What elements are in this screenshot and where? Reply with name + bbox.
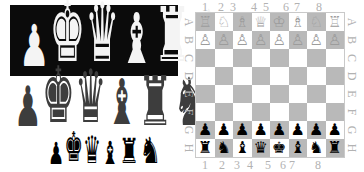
black-pawn: ♟ xyxy=(270,121,289,139)
small-black-pieces-row: ♟♚♛♝♜♞ xyxy=(48,136,148,169)
col-label-bottom-1: 1 xyxy=(198,159,212,171)
row-label-right-E: E xyxy=(346,87,358,101)
square-H5: ♚ xyxy=(270,139,289,157)
black-pawn: ♟ xyxy=(252,121,271,139)
row-label-left-C: C xyxy=(183,51,195,65)
black-pawn: ♟ xyxy=(289,121,308,139)
square-A2: ♘ xyxy=(215,13,234,31)
col-label-bottom-4: 4 xyxy=(243,159,257,171)
row-label-left-H: H xyxy=(183,141,195,155)
square-G2: ♟ xyxy=(215,121,234,139)
square-G8: ♟ xyxy=(326,121,345,139)
piece-pawn: ♟ xyxy=(48,138,64,169)
white-pawn: ♙ xyxy=(270,31,289,49)
square-D7 xyxy=(307,67,326,85)
square-H1: ♜ xyxy=(196,139,215,157)
white-pawn: ♙ xyxy=(233,31,252,49)
col-label-bottom-5: 5 xyxy=(261,159,275,171)
piece-bishop: ♝ xyxy=(101,137,119,169)
col-label-top-8: 8 xyxy=(312,1,326,13)
square-C6 xyxy=(289,49,308,67)
square-G3: ♟ xyxy=(233,121,252,139)
square-A8: ♖ xyxy=(326,13,345,31)
chess-board: ♖♘♗♕♔♗♘♖♙♙♙♙♙♙♙♙♟♟♟♟♟♟♟♟♜♞♝♛♚♝♞♜ xyxy=(196,13,344,157)
square-H6: ♝ xyxy=(289,139,308,157)
white-pawn: ♙ xyxy=(289,31,308,49)
square-D5 xyxy=(270,67,289,85)
square-F5 xyxy=(270,103,289,121)
square-C4 xyxy=(252,49,271,67)
col-label-top-1: 1 xyxy=(198,1,212,13)
piece-queen: ♛ xyxy=(83,131,101,169)
row-label-left-G: G xyxy=(183,123,195,137)
square-F6 xyxy=(289,103,308,121)
square-F7 xyxy=(307,103,326,121)
square-F3 xyxy=(233,103,252,121)
row-label-left-A: A xyxy=(183,15,195,29)
square-G1: ♟ xyxy=(196,121,215,139)
white-pawn: ♙ xyxy=(326,31,345,49)
square-C5 xyxy=(270,49,289,67)
square-D8 xyxy=(326,67,345,85)
square-E1 xyxy=(196,85,215,103)
square-F1 xyxy=(196,103,215,121)
square-D2 xyxy=(215,67,234,85)
square-D6 xyxy=(289,67,308,85)
square-E5 xyxy=(270,85,289,103)
square-E8 xyxy=(326,85,345,103)
square-D1 xyxy=(196,67,215,85)
row-label-right-H: H xyxy=(346,141,358,155)
piece-bishop: ♝ xyxy=(106,72,137,135)
square-C3 xyxy=(233,49,252,67)
square-E3 xyxy=(233,85,252,103)
square-E4 xyxy=(252,85,271,103)
white-rook: ♖ xyxy=(196,13,215,31)
white-pawn: ♙ xyxy=(196,31,215,49)
black-rook: ♜ xyxy=(196,139,215,157)
square-G7: ♟ xyxy=(307,121,326,139)
black-bishop: ♝ xyxy=(289,139,308,157)
square-H3: ♝ xyxy=(233,139,252,157)
white-rook: ♖ xyxy=(326,13,345,31)
square-B4: ♙ xyxy=(252,31,271,49)
white-queen: ♕ xyxy=(252,13,271,31)
black-pawn: ♟ xyxy=(215,121,234,139)
white-pawn: ♙ xyxy=(252,31,271,49)
black-pawn: ♟ xyxy=(326,121,345,139)
row-label-right-C: C xyxy=(346,51,358,65)
square-H8: ♜ xyxy=(326,139,345,157)
row-label-right-B: B xyxy=(346,33,358,47)
square-D3 xyxy=(233,67,252,85)
row-label-left-D: D xyxy=(183,69,195,83)
white-king: ♔ xyxy=(270,13,289,31)
black-pawn: ♟ xyxy=(307,121,326,139)
col-label-bottom-7: 7 xyxy=(285,159,299,171)
piece-pawn: ♟ xyxy=(14,79,42,135)
square-B7: ♙ xyxy=(307,31,326,49)
square-A7: ♘ xyxy=(307,13,326,31)
square-H4: ♛ xyxy=(252,139,271,157)
square-B8: ♙ xyxy=(326,31,345,49)
square-E2 xyxy=(215,85,234,103)
square-G5: ♟ xyxy=(270,121,289,139)
square-C8 xyxy=(326,49,345,67)
black-bishop: ♝ xyxy=(233,139,252,157)
col-label-bottom-8: 8 xyxy=(311,159,325,171)
square-F8 xyxy=(326,103,345,121)
square-A5: ♔ xyxy=(270,13,289,31)
square-B5: ♙ xyxy=(270,31,289,49)
square-F4 xyxy=(252,103,271,121)
square-B2: ♙ xyxy=(215,31,234,49)
row-label-right-A: A xyxy=(346,15,358,29)
row-label-right-F: F xyxy=(346,105,358,119)
square-A4: ♕ xyxy=(252,13,271,31)
black-knight: ♞ xyxy=(215,139,234,157)
square-G4: ♟ xyxy=(252,121,271,139)
square-H2: ♞ xyxy=(215,139,234,157)
square-B6: ♙ xyxy=(289,31,308,49)
square-H7: ♞ xyxy=(307,139,326,157)
square-E6 xyxy=(289,85,308,103)
row-label-left-E: E xyxy=(183,87,195,101)
square-C7 xyxy=(307,49,326,67)
white-pawn: ♙ xyxy=(215,31,234,49)
square-C1 xyxy=(196,49,215,67)
chess-clipart-sheet: ♟♚♛♝♜♞ ♟♚♛♝♜♞ ♟♚♛♝♜♞ ♖♘♗♕♔♗♘♖♙♙♙♙♙♙♙♙♟♟♟… xyxy=(0,0,364,172)
black-king: ♚ xyxy=(270,139,289,157)
square-B3: ♙ xyxy=(233,31,252,49)
col-label-top-5: 5 xyxy=(259,1,273,13)
square-A3: ♗ xyxy=(233,13,252,31)
white-knight: ♘ xyxy=(307,13,326,31)
col-label-bottom-3: 3 xyxy=(230,159,244,171)
piece-knight: ♞ xyxy=(139,133,161,169)
piece-rook: ♜ xyxy=(119,135,140,170)
square-C2 xyxy=(215,49,234,67)
piece-king: ♚ xyxy=(64,128,83,169)
col-label-top-3: 3 xyxy=(226,1,240,13)
row-label-right-D: D xyxy=(346,69,358,83)
square-D4 xyxy=(252,67,271,85)
square-A6: ♗ xyxy=(289,13,308,31)
black-pawn: ♟ xyxy=(196,121,215,139)
black-rook: ♜ xyxy=(326,139,345,157)
row-label-left-F: F xyxy=(183,105,195,119)
square-E7 xyxy=(307,85,326,103)
square-G6: ♟ xyxy=(289,121,308,139)
row-label-left-B: B xyxy=(183,33,195,47)
white-knight: ♘ xyxy=(215,13,234,31)
col-label-top-7: 7 xyxy=(290,1,304,13)
black-queen: ♛ xyxy=(252,139,271,157)
piece-rook: ♜ xyxy=(138,67,173,135)
white-pawn: ♙ xyxy=(307,31,326,49)
row-label-right-G: G xyxy=(346,123,358,137)
white-bishop: ♗ xyxy=(289,13,308,31)
square-A1: ♖ xyxy=(196,13,215,31)
black-knight: ♞ xyxy=(307,139,326,157)
white-bishop: ♗ xyxy=(233,13,252,31)
black-pawn: ♟ xyxy=(233,121,252,139)
col-label-bottom-2: 2 xyxy=(215,159,229,171)
square-B1: ♙ xyxy=(196,31,215,49)
square-F2 xyxy=(215,103,234,121)
